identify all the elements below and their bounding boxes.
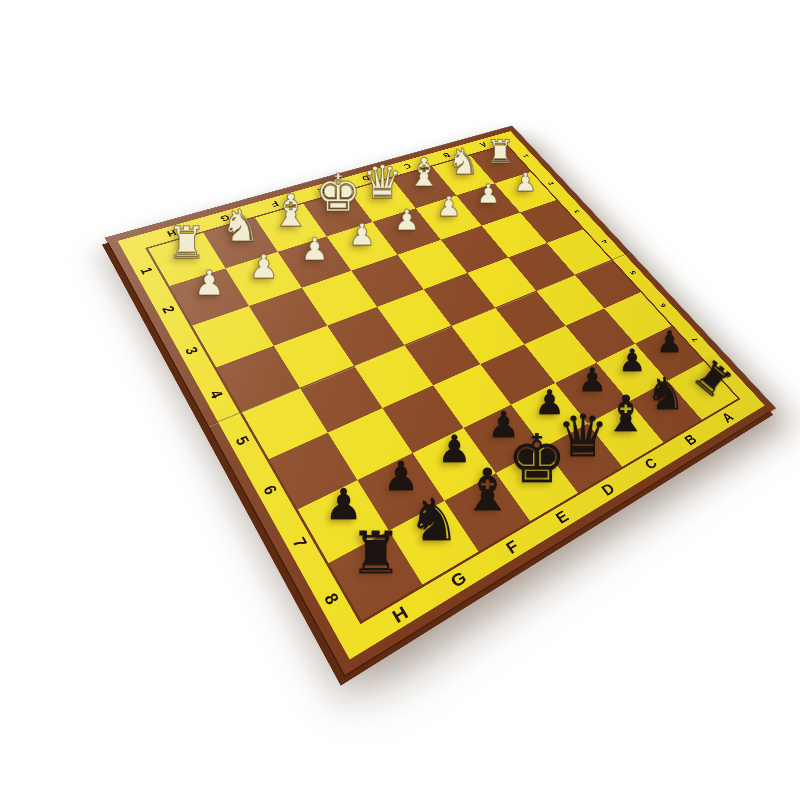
chess-board: HH11GG22FF33EE44DD55CC66BB77AA88 — [106, 126, 775, 675]
board-photo: HH11GG22FF33EE44DD55CC66BB77AA88 ♜♞♝♛♚♝♞… — [0, 0, 800, 800]
